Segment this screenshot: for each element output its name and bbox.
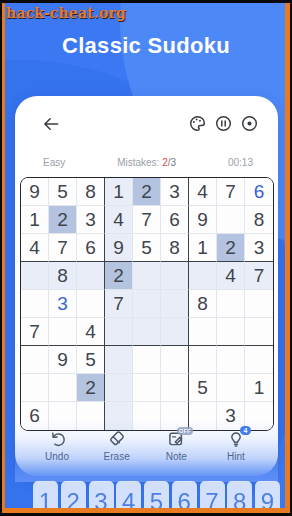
cell-r8c2[interactable] (49, 374, 77, 402)
cell-r3c3[interactable]: 6 (77, 234, 105, 262)
numpad-3[interactable]: 3 (89, 481, 114, 516)
cell-r2c4[interactable]: 4 (105, 206, 133, 234)
cell-r3c6[interactable]: 8 (161, 234, 189, 262)
cell-r6c4[interactable] (105, 318, 133, 346)
cell-r4c4[interactable]: 2 (105, 262, 133, 290)
cell-r7c5[interactable] (133, 346, 161, 374)
cell-r8c5[interactable] (133, 374, 161, 402)
cell-r3c8[interactable]: 2 (217, 234, 245, 262)
cell-r5c4[interactable]: 7 (105, 290, 133, 318)
cell-r8c4[interactable] (105, 374, 133, 402)
cell-r2c8[interactable] (217, 206, 245, 234)
cell-r3c2[interactable]: 7 (49, 234, 77, 262)
mistakes-label: Mistakes: (117, 157, 159, 168)
sudoku-board: 9581234761234769847695812382473787495251… (20, 177, 274, 431)
cell-r7c4[interactable] (105, 346, 133, 374)
cell-r4c6[interactable] (161, 262, 189, 290)
cell-r5c6[interactable] (161, 290, 189, 318)
cell-r4c7[interactable] (189, 262, 217, 290)
cell-r7c7[interactable] (189, 346, 217, 374)
cell-r9c5[interactable] (133, 402, 161, 430)
erase-label: Erase (104, 451, 130, 462)
cell-r6c2[interactable] (49, 318, 77, 346)
cell-r8c8[interactable] (217, 374, 245, 402)
cell-r3c9[interactable]: 3 (245, 234, 273, 262)
undo-icon (48, 430, 66, 448)
cell-r3c5[interactable]: 5 (133, 234, 161, 262)
cell-r7c3[interactable]: 5 (77, 346, 105, 374)
cell-r5c2[interactable]: 3 (49, 290, 77, 318)
frame-black-right (290, 0, 292, 516)
cell-r5c9[interactable] (245, 290, 273, 318)
hint-badge: 4 (240, 426, 251, 435)
number-pad: 123456789 (33, 481, 280, 516)
cell-r9c3[interactable] (77, 402, 105, 430)
cell-r7c1[interactable] (21, 346, 49, 374)
timer: 00:13 (228, 157, 253, 168)
cell-r8c6[interactable] (161, 374, 189, 402)
note-label: Note (166, 451, 187, 462)
hint-button[interactable]: 4 Hint (207, 430, 265, 472)
cell-r6c6[interactable] (161, 318, 189, 346)
undo-label: Undo (45, 451, 69, 462)
cell-r9c4[interactable] (105, 402, 133, 430)
back-button[interactable] (41, 114, 61, 134)
app-screen: Classic Sudoku (0, 0, 292, 516)
numpad-5[interactable]: 5 (144, 481, 169, 516)
cell-r2c3[interactable]: 3 (77, 206, 105, 234)
numpad-1[interactable]: 1 (33, 481, 58, 516)
numpad-9[interactable]: 9 (255, 481, 280, 516)
eraser-icon (108, 430, 126, 448)
record-icon[interactable] (241, 115, 258, 132)
cell-r1c6[interactable]: 3 (161, 178, 189, 206)
numpad-4[interactable]: 4 (116, 481, 141, 516)
cell-r9c8[interactable]: 3 (217, 402, 245, 430)
cell-r1c8[interactable]: 7 (217, 178, 245, 206)
cell-r3c4[interactable]: 9 (105, 234, 133, 262)
palette-icon[interactable] (189, 115, 206, 132)
cell-r1c4[interactable]: 1 (105, 178, 133, 206)
cell-r6c7[interactable] (189, 318, 217, 346)
cell-r2c7[interactable]: 9 (189, 206, 217, 234)
cell-r6c5[interactable] (133, 318, 161, 346)
cell-r4c8[interactable]: 4 (217, 262, 245, 290)
cell-r2c9[interactable]: 8 (245, 206, 273, 234)
cell-r9c6[interactable] (161, 402, 189, 430)
frame-orange-left (2, 3, 5, 513)
cell-r5c5[interactable] (133, 290, 161, 318)
cell-r9c1[interactable]: 6 (21, 402, 49, 430)
cell-r1c7[interactable]: 4 (189, 178, 217, 206)
erase-button[interactable]: Erase (88, 430, 146, 472)
cell-r9c9[interactable] (245, 402, 273, 430)
mistakes-counter: Mistakes: 2/3 (117, 157, 176, 168)
cell-r1c1[interactable]: 9 (21, 178, 49, 206)
header-actions (189, 115, 258, 132)
cell-r6c1[interactable]: 7 (21, 318, 49, 346)
cell-r7c6[interactable] (161, 346, 189, 374)
cell-r4c1[interactable] (21, 262, 49, 290)
mistakes-total: /3 (168, 157, 176, 168)
cell-r2c5[interactable]: 7 (133, 206, 161, 234)
note-badge: OFF (177, 427, 193, 435)
cell-r4c2[interactable]: 8 (49, 262, 77, 290)
cell-r5c1[interactable] (21, 290, 49, 318)
card-header (15, 96, 278, 148)
page-title: Classic Sudoku (0, 33, 292, 59)
cell-r2c6[interactable]: 6 (161, 206, 189, 234)
cell-r6c3[interactable]: 4 (77, 318, 105, 346)
back-arrow-icon (41, 114, 61, 134)
cell-r9c2[interactable] (49, 402, 77, 430)
cell-r1c5[interactable]: 2 (133, 178, 161, 206)
cell-r8c3[interactable]: 2 (77, 374, 105, 402)
cell-r9c7[interactable] (189, 402, 217, 430)
cell-r2c2[interactable]: 2 (49, 206, 77, 234)
status-row: Easy Mistakes: 2/3 00:13 (43, 155, 253, 169)
numpad-6[interactable]: 6 (172, 481, 197, 516)
cell-r8c9[interactable]: 1 (245, 374, 273, 402)
cell-r3c1[interactable]: 4 (21, 234, 49, 262)
note-button[interactable]: OFF Note (147, 430, 205, 472)
cell-r4c5[interactable] (133, 262, 161, 290)
cell-r1c2[interactable]: 5 (49, 178, 77, 206)
cell-r7c9[interactable] (245, 346, 273, 374)
cell-r4c3[interactable] (77, 262, 105, 290)
cell-r8c7[interactable]: 5 (189, 374, 217, 402)
difficulty-label: Easy (43, 157, 65, 168)
cell-r1c9[interactable]: 6 (245, 178, 273, 206)
numpad-2[interactable]: 2 (61, 481, 86, 516)
cell-r1c3[interactable]: 8 (77, 178, 105, 206)
cell-r5c8[interactable] (217, 290, 245, 318)
frame-black-left (0, 0, 2, 516)
hint-label: Hint (227, 451, 245, 462)
frame-orange-right (285, 3, 290, 513)
game-card: Easy Mistakes: 2/3 00:13 958123476123476… (15, 96, 278, 476)
frame-black-top (0, 0, 292, 3)
numpad-8[interactable]: 8 (227, 481, 252, 516)
undo-button[interactable]: Undo (28, 430, 86, 472)
cell-r7c8[interactable] (217, 346, 245, 374)
watermark-text: hack-cheat.org (6, 5, 126, 21)
cell-r3c7[interactable]: 1 (189, 234, 217, 262)
cell-r6c8[interactable] (217, 318, 245, 346)
cell-r7c2[interactable]: 9 (49, 346, 77, 374)
bottom-toolbar: Undo Erase OFF Note 4 (28, 430, 265, 472)
cell-r5c3[interactable] (77, 290, 105, 318)
cell-r2c1[interactable]: 1 (21, 206, 49, 234)
cell-r6c9[interactable] (245, 318, 273, 346)
pause-icon[interactable] (215, 115, 232, 132)
cell-r5c7[interactable]: 8 (189, 290, 217, 318)
numpad-7[interactable]: 7 (200, 481, 225, 516)
cell-r8c1[interactable] (21, 374, 49, 402)
cell-r4c9[interactable]: 7 (245, 262, 273, 290)
